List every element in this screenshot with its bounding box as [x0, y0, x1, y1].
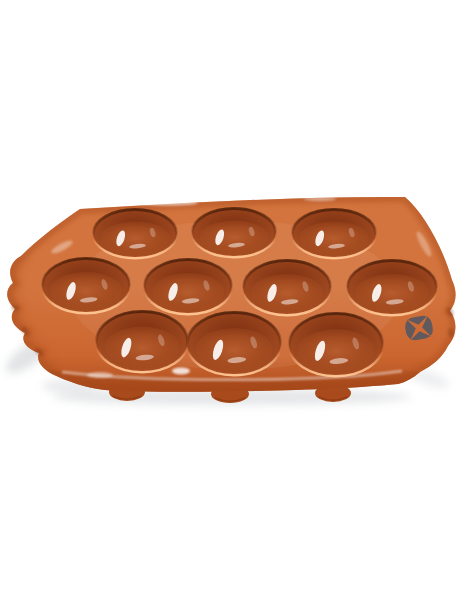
photo-canvas	[0, 0, 460, 600]
pit-r1c3	[347, 260, 437, 315]
pit-r2c2	[289, 313, 383, 376]
pit-r0c1	[192, 208, 276, 257]
pit-r2c0	[96, 311, 188, 372]
pit-r0c2	[292, 209, 376, 258]
front-left-highlight	[87, 372, 113, 378]
pit-r1c1	[144, 259, 232, 314]
pit-r1c2	[243, 260, 331, 315]
front-drip-highlight	[172, 368, 190, 375]
pit-r0c0	[93, 209, 177, 258]
product-photo	[0, 0, 460, 600]
pit-r1c0	[42, 258, 130, 313]
pit-r2c1	[187, 312, 281, 375]
